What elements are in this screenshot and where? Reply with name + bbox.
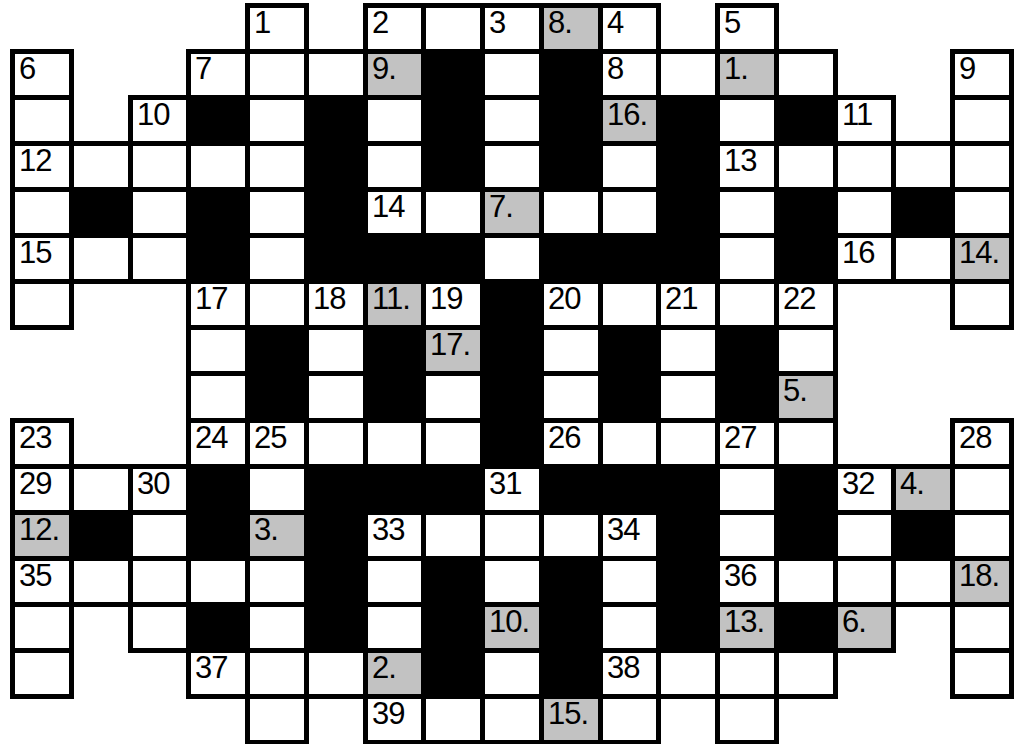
- black-cell: [363, 464, 426, 515]
- clue-number: 19: [430, 283, 462, 314]
- white-cell[interactable]: [950, 279, 1014, 330]
- white-cell[interactable]: [10, 187, 74, 238]
- white-cell[interactable]: [304, 325, 368, 376]
- clue-number: 24: [195, 422, 227, 453]
- white-cell[interactable]: [833, 187, 896, 238]
- white-cell[interactable]: [598, 279, 661, 330]
- clue-number: 6: [19, 53, 35, 84]
- black-cell: [598, 464, 661, 515]
- white-cell[interactable]: [128, 556, 191, 607]
- white-cell[interactable]: [774, 648, 838, 699]
- black-cell: [421, 556, 485, 607]
- white-cell[interactable]: [363, 418, 426, 469]
- black-cell: [245, 325, 309, 376]
- black-cell: [539, 464, 603, 515]
- black-cell: [598, 233, 661, 284]
- clue-number: 36: [724, 560, 756, 591]
- white-cell[interactable]: [774, 49, 838, 100]
- black-cell: [480, 418, 544, 469]
- black-cell: [421, 464, 485, 515]
- clue-number: 28: [959, 422, 991, 453]
- black-cell: [539, 556, 603, 607]
- white-cell[interactable]: [480, 141, 544, 192]
- white-cell[interactable]: [245, 694, 309, 744]
- white-cell[interactable]: [774, 141, 838, 192]
- white-cell[interactable]: [480, 233, 544, 284]
- white-cell[interactable]: [128, 187, 191, 238]
- white-cell[interactable]: [480, 95, 544, 146]
- clue-number: 18: [313, 283, 345, 314]
- white-cell[interactable]: [245, 49, 309, 100]
- white-cell[interactable]: [480, 648, 544, 699]
- white-cell[interactable]: [715, 279, 779, 330]
- white-cell[interactable]: [245, 95, 309, 146]
- black-cell: [598, 371, 661, 423]
- clue-number: 26: [548, 422, 580, 453]
- shaded-clue-number: 11.: [372, 283, 410, 314]
- black-cell: [186, 187, 250, 238]
- clue-number: 37: [195, 652, 227, 683]
- white-cell[interactable]: [304, 49, 368, 100]
- white-cell[interactable]: [245, 556, 309, 607]
- white-cell[interactable]: [774, 325, 838, 376]
- white-cell[interactable]: [891, 233, 955, 284]
- black-cell: [304, 187, 368, 238]
- black-cell: [774, 464, 838, 515]
- clue-number: 17: [195, 283, 227, 314]
- white-cell[interactable]: [715, 648, 779, 699]
- clue-number: 16: [842, 237, 874, 268]
- black-cell: [363, 233, 426, 284]
- white-cell[interactable]: [774, 556, 838, 607]
- white-cell[interactable]: [539, 371, 603, 423]
- black-cell: [891, 510, 955, 561]
- crossword-board: 1238.45679.81.91016.111213147.151614.171…: [0, 0, 1024, 744]
- shaded-clue-number: 18.: [959, 560, 999, 591]
- black-cell: [69, 510, 133, 561]
- white-cell[interactable]: [950, 648, 1014, 699]
- black-cell: [715, 325, 779, 376]
- clue-number: 4: [607, 7, 623, 38]
- white-cell[interactable]: [598, 556, 661, 607]
- white-cell[interactable]: [363, 602, 426, 653]
- white-cell[interactable]: [128, 602, 191, 653]
- clue-number: 32: [842, 468, 874, 499]
- clue-number: 3: [489, 7, 505, 38]
- black-cell: [186, 602, 250, 653]
- white-cell[interactable]: [715, 233, 779, 284]
- black-cell: [421, 95, 485, 146]
- white-cell[interactable]: [833, 141, 896, 192]
- white-cell[interactable]: [421, 694, 485, 744]
- white-cell[interactable]: [10, 95, 74, 146]
- black-cell: [539, 141, 603, 192]
- black-cell: [69, 187, 133, 238]
- white-cell[interactable]: [539, 325, 603, 376]
- black-cell: [656, 464, 720, 515]
- clue-number: 27: [724, 422, 756, 453]
- white-cell[interactable]: [128, 233, 191, 284]
- shaded-clue-number: 16.: [607, 99, 647, 130]
- black-cell: [656, 556, 720, 607]
- clue-number: 15: [19, 237, 51, 268]
- clue-number: 38: [607, 652, 639, 683]
- white-cell[interactable]: [656, 418, 720, 469]
- clue-number: 34: [607, 514, 639, 545]
- shaded-clue-number: 4.: [900, 468, 924, 499]
- white-cell[interactable]: [10, 279, 74, 330]
- clue-number: 23: [19, 422, 51, 453]
- white-cell[interactable]: [10, 602, 74, 653]
- clue-number: 33: [372, 514, 404, 545]
- white-cell[interactable]: [950, 141, 1014, 192]
- white-cell[interactable]: [186, 141, 250, 192]
- shaded-clue-number: 6.: [842, 606, 866, 637]
- clue-number: 22: [783, 283, 815, 314]
- black-cell: [186, 233, 250, 284]
- black-cell: [774, 602, 838, 653]
- clue-number: 21: [665, 283, 697, 314]
- white-cell[interactable]: [69, 464, 133, 515]
- white-cell[interactable]: [245, 279, 309, 330]
- black-cell: [304, 95, 368, 146]
- clue-number: 1: [254, 7, 270, 38]
- shaded-clue-number: 3.: [254, 514, 278, 545]
- black-cell: [304, 464, 368, 515]
- clue-number: 25: [254, 422, 286, 453]
- white-cell[interactable]: [950, 510, 1014, 561]
- white-cell[interactable]: [245, 187, 309, 238]
- clue-number: 35: [19, 560, 51, 591]
- white-cell[interactable]: [421, 510, 485, 561]
- shaded-clue-number: 5.: [783, 375, 807, 406]
- clue-number: 5: [724, 7, 740, 38]
- black-cell: [304, 510, 368, 561]
- clue-number: 29: [19, 468, 51, 499]
- shaded-clue-number: 12.: [19, 514, 59, 545]
- white-cell[interactable]: [656, 49, 720, 100]
- black-cell: [539, 95, 603, 146]
- white-cell[interactable]: [539, 187, 603, 238]
- black-cell: [774, 510, 838, 561]
- black-cell: [421, 648, 485, 699]
- white-cell[interactable]: [245, 464, 309, 515]
- black-cell: [774, 95, 838, 146]
- clue-number: 30: [137, 468, 169, 499]
- white-cell[interactable]: [950, 464, 1014, 515]
- shaded-clue-number: 7.: [489, 191, 513, 222]
- white-cell[interactable]: [656, 648, 720, 699]
- white-cell[interactable]: [304, 648, 368, 699]
- white-cell[interactable]: [774, 418, 838, 469]
- shaded-clue-number: 2.: [372, 652, 396, 683]
- black-cell: [304, 602, 368, 653]
- black-cell: [656, 141, 720, 192]
- clue-number: 31: [489, 468, 521, 499]
- clue-number: 12: [19, 145, 51, 176]
- white-cell[interactable]: [715, 694, 779, 744]
- white-cell[interactable]: [128, 510, 191, 561]
- shaded-clue-number: 8.: [548, 7, 572, 38]
- black-cell: [539, 49, 603, 100]
- black-cell: [480, 325, 544, 376]
- white-cell[interactable]: [304, 371, 368, 423]
- white-cell[interactable]: [891, 556, 955, 607]
- white-cell[interactable]: [304, 418, 368, 469]
- black-cell: [715, 371, 779, 423]
- white-cell[interactable]: [363, 95, 426, 146]
- clue-number: 13: [724, 145, 756, 176]
- white-cell[interactable]: [245, 141, 309, 192]
- white-cell[interactable]: [539, 510, 603, 561]
- white-cell[interactable]: [715, 510, 779, 561]
- white-cell[interactable]: [715, 187, 779, 238]
- shaded-clue-number: 14.: [959, 237, 999, 268]
- black-cell: [656, 187, 720, 238]
- shaded-clue-number: 10.: [489, 606, 529, 637]
- black-cell: [539, 602, 603, 653]
- black-cell: [363, 371, 426, 423]
- black-cell: [421, 602, 485, 653]
- clue-number: 11: [842, 99, 872, 130]
- clue-number: 20: [548, 283, 580, 314]
- white-cell[interactable]: [186, 325, 250, 376]
- shaded-clue-number: 15.: [548, 698, 588, 729]
- black-cell: [421, 141, 485, 192]
- clue-number: 8: [607, 53, 623, 84]
- black-cell: [539, 648, 603, 699]
- white-cell[interactable]: [245, 233, 309, 284]
- black-cell: [656, 95, 720, 146]
- white-cell[interactable]: [598, 187, 661, 238]
- white-cell[interactable]: [950, 187, 1014, 238]
- white-cell[interactable]: [950, 95, 1014, 146]
- white-cell[interactable]: [891, 141, 955, 192]
- shaded-clue-number: 1.: [724, 53, 748, 84]
- clue-number: 39: [372, 698, 404, 729]
- black-cell: [480, 371, 544, 423]
- white-cell[interactable]: [656, 371, 720, 423]
- white-cell[interactable]: [715, 464, 779, 515]
- crossword-page: 1238.45679.81.91016.111213147.151614.171…: [0, 0, 1024, 744]
- clue-number: 2: [372, 7, 388, 38]
- black-cell: [186, 464, 250, 515]
- black-cell: [304, 141, 368, 192]
- black-cell: [656, 510, 720, 561]
- white-cell[interactable]: [69, 233, 133, 284]
- black-cell: [656, 602, 720, 653]
- white-cell[interactable]: [715, 95, 779, 146]
- white-cell[interactable]: [186, 371, 250, 423]
- white-cell[interactable]: [69, 141, 133, 192]
- white-cell[interactable]: [656, 325, 720, 376]
- white-cell[interactable]: [598, 418, 661, 469]
- black-cell: [304, 556, 368, 607]
- white-cell[interactable]: [421, 187, 485, 238]
- white-cell[interactable]: [10, 648, 74, 699]
- black-cell: [186, 510, 250, 561]
- black-cell: [539, 233, 603, 284]
- white-cell[interactable]: [598, 602, 661, 653]
- white-cell[interactable]: [186, 556, 250, 607]
- black-cell: [656, 233, 720, 284]
- black-cell: [598, 325, 661, 376]
- white-cell[interactable]: [128, 141, 191, 192]
- shaded-clue-number: 13.: [724, 606, 764, 637]
- white-cell[interactable]: [363, 141, 426, 192]
- white-cell[interactable]: [69, 556, 133, 607]
- white-cell[interactable]: [421, 418, 485, 469]
- white-cell[interactable]: [421, 3, 485, 54]
- shaded-clue-number: 9.: [372, 53, 396, 84]
- shaded-clue-number: 17.: [430, 329, 470, 360]
- black-cell: [245, 371, 309, 423]
- white-cell[interactable]: [480, 694, 544, 744]
- white-cell[interactable]: [950, 602, 1014, 653]
- black-cell: [421, 49, 485, 100]
- black-cell: [891, 187, 955, 238]
- black-cell: [363, 325, 426, 376]
- black-cell: [774, 233, 838, 284]
- white-cell[interactable]: [480, 510, 544, 561]
- white-cell[interactable]: [833, 510, 896, 561]
- white-cell[interactable]: [480, 49, 544, 100]
- black-cell: [480, 279, 544, 330]
- clue-number: 10: [137, 99, 169, 130]
- black-cell: [421, 233, 485, 284]
- black-cell: [304, 233, 368, 284]
- white-cell[interactable]: [421, 371, 485, 423]
- white-cell[interactable]: [480, 556, 544, 607]
- white-cell[interactable]: [598, 694, 661, 744]
- white-cell[interactable]: [245, 602, 309, 653]
- clue-number: 9: [959, 53, 975, 84]
- black-cell: [186, 95, 250, 146]
- clue-number: 7: [195, 53, 211, 84]
- white-cell[interactable]: [363, 556, 426, 607]
- clue-number: 14: [372, 191, 404, 222]
- white-cell[interactable]: [245, 648, 309, 699]
- white-cell[interactable]: [833, 556, 896, 607]
- white-cell[interactable]: [598, 141, 661, 192]
- black-cell: [774, 187, 838, 238]
